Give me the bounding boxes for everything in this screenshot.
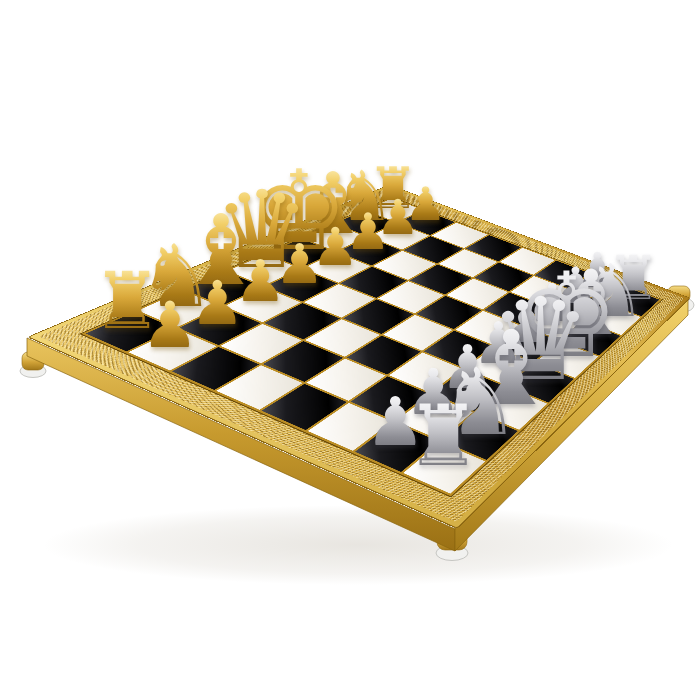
piece-white-pawn-b2[interactable]: ♟ — [190, 273, 244, 334]
piece-black-rook-a8[interactable]: ♜ — [406, 394, 482, 478]
chess-set-photo: ♜♞♝♛♚♝♞♜♟♟♟♟♟♟♟♟♟♟♟♟♟♟♟♟♜♞♝♛♚♝♞♜ — [0, 0, 700, 700]
piece-white-pawn-a2[interactable]: ♟ — [141, 293, 198, 357]
board-soft-shadow — [43, 505, 673, 585]
